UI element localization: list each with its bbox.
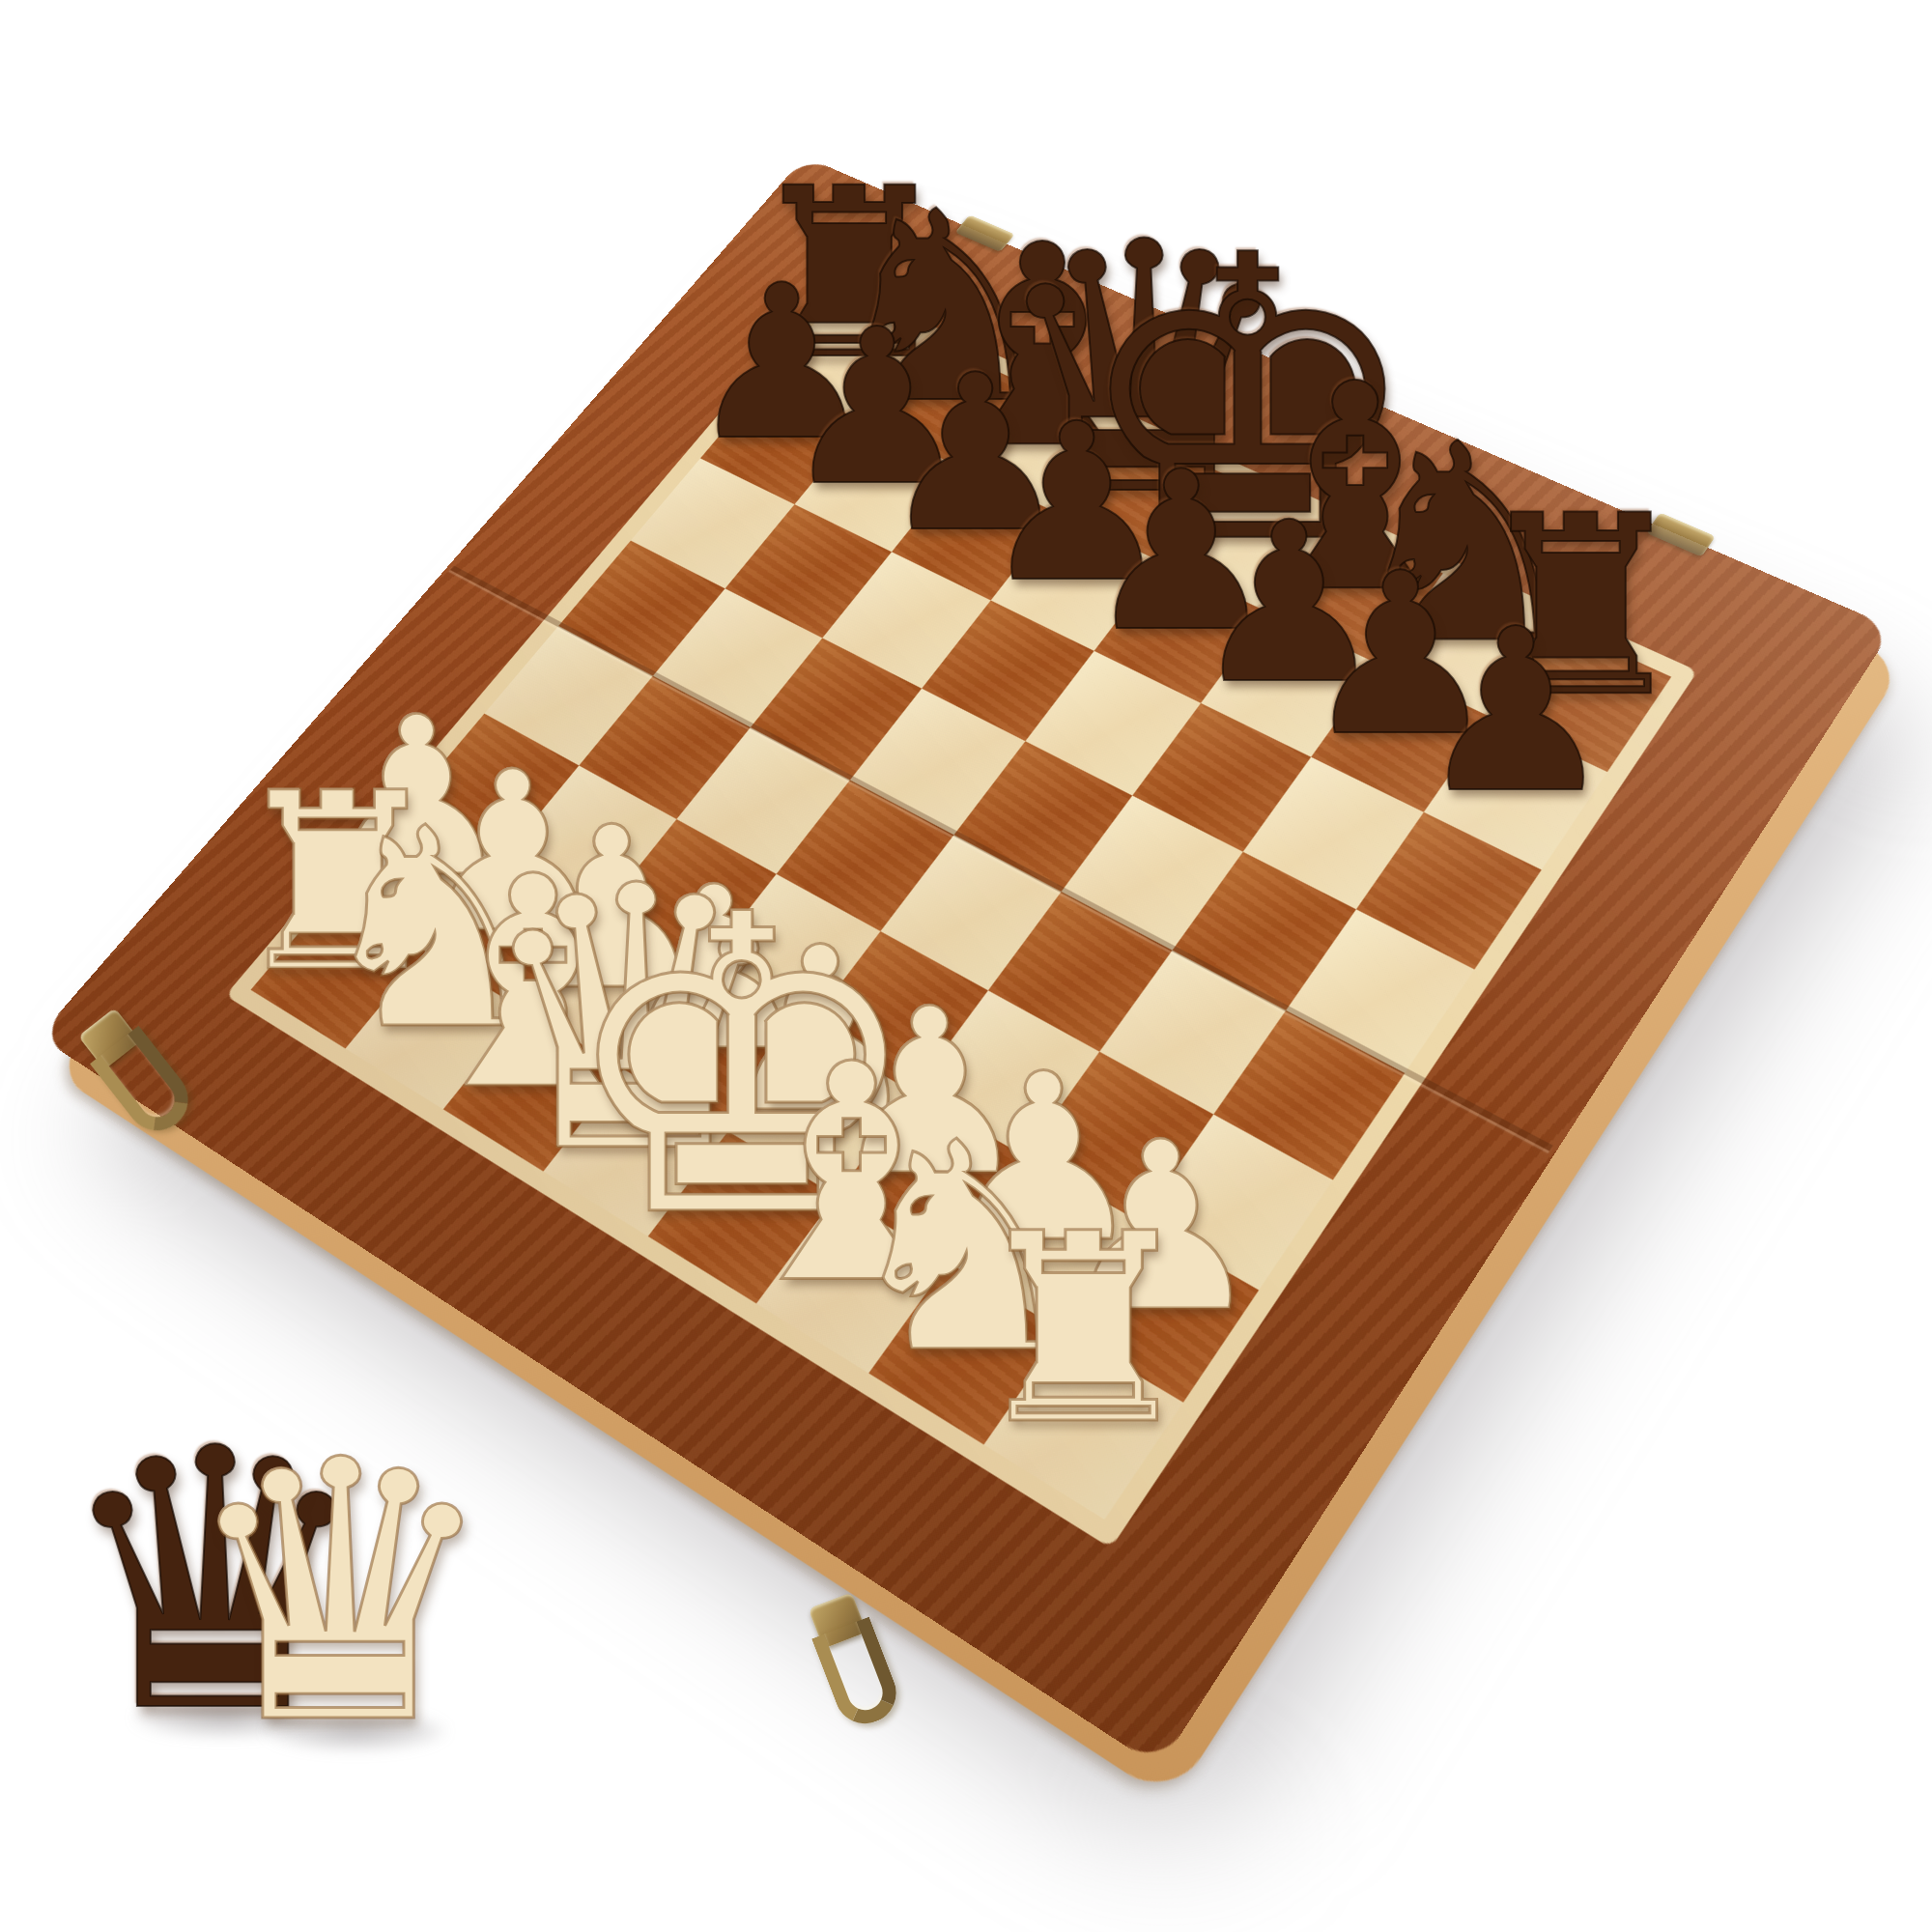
product-photo-scene: ♜♞♝♛♚♝♞♜♟♟♟♟♟♟♟♟♟♟♟♟♟♟♟♟♜♞♝♛♚♝♞♜ ♛ ♛: [0, 0, 1932, 1932]
hinge-icon-right: [1646, 513, 1716, 557]
hinge-icon-left: [955, 214, 1015, 251]
spare-white-queen: ♛: [179, 1414, 501, 1774]
